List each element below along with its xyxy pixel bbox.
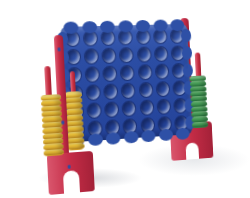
connect-four-frame: [33, 10, 223, 198]
hole-empty: [86, 102, 102, 119]
scallop-bump: [123, 131, 138, 144]
board-cell: [119, 64, 136, 82]
scallop-bump: [135, 20, 150, 32]
product-photo-scene: [0, 0, 250, 198]
board-cell: [85, 101, 103, 119]
board-cell: [137, 81, 154, 99]
scallop-bump: [87, 133, 102, 146]
hole-empty: [122, 100, 137, 117]
board-cell: [101, 64, 118, 82]
hole-empty: [137, 64, 152, 80]
foot-arch-cutout: [63, 170, 80, 194]
board-cell: [153, 62, 170, 79]
hole-empty: [84, 48, 100, 65]
scallop-bump: [153, 20, 168, 32]
scallop-bump: [181, 29, 192, 43]
hole-empty: [136, 46, 151, 62]
yellow-disc-stack-left-front: [41, 94, 64, 156]
plug-dot: [61, 120, 64, 124]
scallop-bump: [82, 21, 97, 33]
board-cell: [153, 45, 170, 62]
board-cell: [154, 80, 171, 97]
hole-empty: [139, 99, 154, 116]
board-cell: [103, 100, 120, 118]
board-cell: [121, 99, 138, 117]
frame-foot-left: [47, 151, 95, 195]
yellow-disc: [66, 143, 84, 151]
plug-dot: [57, 47, 60, 51]
scallop-bump: [182, 46, 193, 60]
board-cell: [84, 65, 102, 83]
board-cell: [83, 47, 101, 65]
board-cell: [84, 83, 102, 101]
hole-empty: [103, 83, 118, 100]
hole-empty: [102, 65, 117, 82]
board-cell: [135, 45, 152, 62]
hole-empty: [102, 47, 117, 63]
scallop-bump: [141, 130, 156, 143]
hole-empty: [119, 46, 134, 62]
hole-empty: [86, 84, 102, 101]
hole-empty: [138, 81, 153, 97]
green-disc: [192, 121, 209, 128]
hole-empty: [156, 98, 171, 114]
board-cell: [120, 82, 137, 100]
scallop-bump: [118, 20, 133, 32]
board-cell: [100, 47, 117, 65]
scallop-bump: [158, 129, 173, 142]
board-cell: [136, 63, 153, 80]
hole-empty: [121, 82, 136, 99]
scallop-bump: [100, 21, 115, 33]
hole-empty: [85, 66, 101, 83]
hole-empty: [120, 64, 135, 80]
foot-arch-cutout: [185, 142, 199, 159]
green-disc-stack-right-front: [189, 75, 208, 128]
hole-empty: [154, 63, 169, 79]
scallop-bump: [106, 132, 121, 145]
board-cell: [155, 97, 172, 114]
board-cell: [102, 82, 119, 100]
board-cell: [118, 46, 135, 63]
hole-empty: [154, 45, 169, 61]
hole-empty: [104, 101, 119, 118]
board-cell: [138, 98, 155, 116]
plug-dot: [185, 65, 188, 69]
hole-empty: [155, 80, 170, 96]
